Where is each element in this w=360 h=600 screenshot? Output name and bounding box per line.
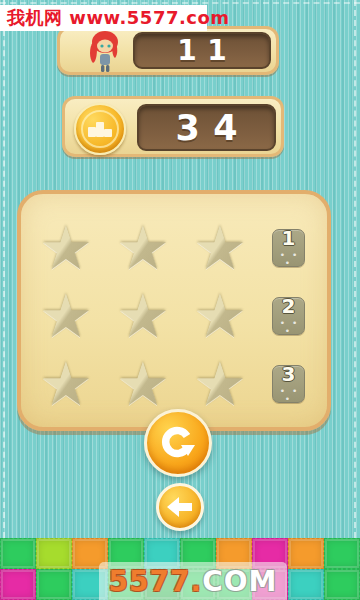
patch-square: [36, 569, 72, 600]
watermark-5577: 5577.COM: [99, 562, 287, 600]
level-dots: • • •: [273, 387, 304, 403]
star-slot-2-3-empty: ★: [191, 287, 249, 345]
star-slots-level-2: ★★★: [37, 287, 249, 345]
game-screen: 我机网 www.5577.com 11: [0, 0, 360, 600]
level-dots: • • •: [273, 251, 304, 267]
star-slot-1-1-empty: ★: [37, 219, 95, 277]
player-score-panel: 11: [57, 26, 279, 75]
watermark-right: COM: [202, 565, 277, 598]
level-dots: • • •: [273, 319, 304, 335]
star-slot-1-3-empty: ★: [191, 219, 249, 277]
coin-score-panel: 34: [62, 96, 284, 157]
back-arrow-icon: [166, 496, 194, 518]
star-slots-level-3: ★★★: [37, 355, 249, 413]
level-number: 1: [282, 228, 296, 248]
left-stitch-line: [3, 0, 5, 538]
star-slots-level-1: ★★★: [37, 219, 249, 277]
patch-square: [288, 538, 324, 569]
star-slot-3-1-empty: ★: [37, 355, 95, 413]
coin-podium-icon: [74, 103, 126, 155]
star-slot-1-2-empty: ★: [114, 219, 172, 277]
level-button-1[interactable]: 1 • • •: [272, 229, 305, 267]
level-button-3[interactable]: 3 • • •: [272, 365, 305, 403]
level-number: 2: [282, 296, 296, 316]
back-button[interactable]: [156, 483, 204, 531]
star-slot-3-3-empty: ★: [191, 355, 249, 413]
coin-score-value: 34: [162, 108, 251, 148]
player-score-value-box: 11: [133, 32, 271, 69]
coin-score-value-box: 34: [137, 104, 276, 151]
level-row-2: ★★★ 2 • • •: [21, 282, 327, 350]
footer-patchwork: 5577.COM: [0, 538, 360, 600]
coin-inner-ring: [81, 110, 119, 148]
patch-square: [0, 569, 36, 600]
right-stitch-line: [354, 0, 356, 538]
top-stitch-line: [0, 2, 360, 4]
star-slot-2-2-empty: ★: [114, 287, 172, 345]
star-slot-3-2-empty: ★: [114, 355, 172, 413]
level-board: ★★★ 1 • • • ★★★ 2 • • • ★★★ 3 • • •: [17, 190, 331, 431]
patch-square: [324, 538, 360, 569]
restart-button[interactable]: [144, 409, 212, 477]
player-score-value: 11: [167, 34, 238, 67]
patch-square: [36, 538, 72, 569]
patch-square: [324, 569, 360, 600]
level-number: 3: [282, 364, 296, 384]
restart-icon: [158, 423, 198, 463]
level-row-1: ★★★ 1 • • •: [21, 214, 327, 282]
patch-square: [288, 569, 324, 600]
level-button-2[interactable]: 2 • • •: [272, 297, 305, 335]
star-slot-2-1-empty: ★: [37, 287, 95, 345]
player-character-icon: [84, 29, 124, 75]
site-banner: 我机网 www.5577.com: [0, 5, 207, 31]
level-row-3: ★★★ 3 • • •: [21, 350, 327, 418]
watermark-left: 5577.: [109, 565, 203, 598]
site-banner-text: 我机网 www.5577.com: [7, 6, 230, 30]
patch-square: [0, 538, 36, 569]
